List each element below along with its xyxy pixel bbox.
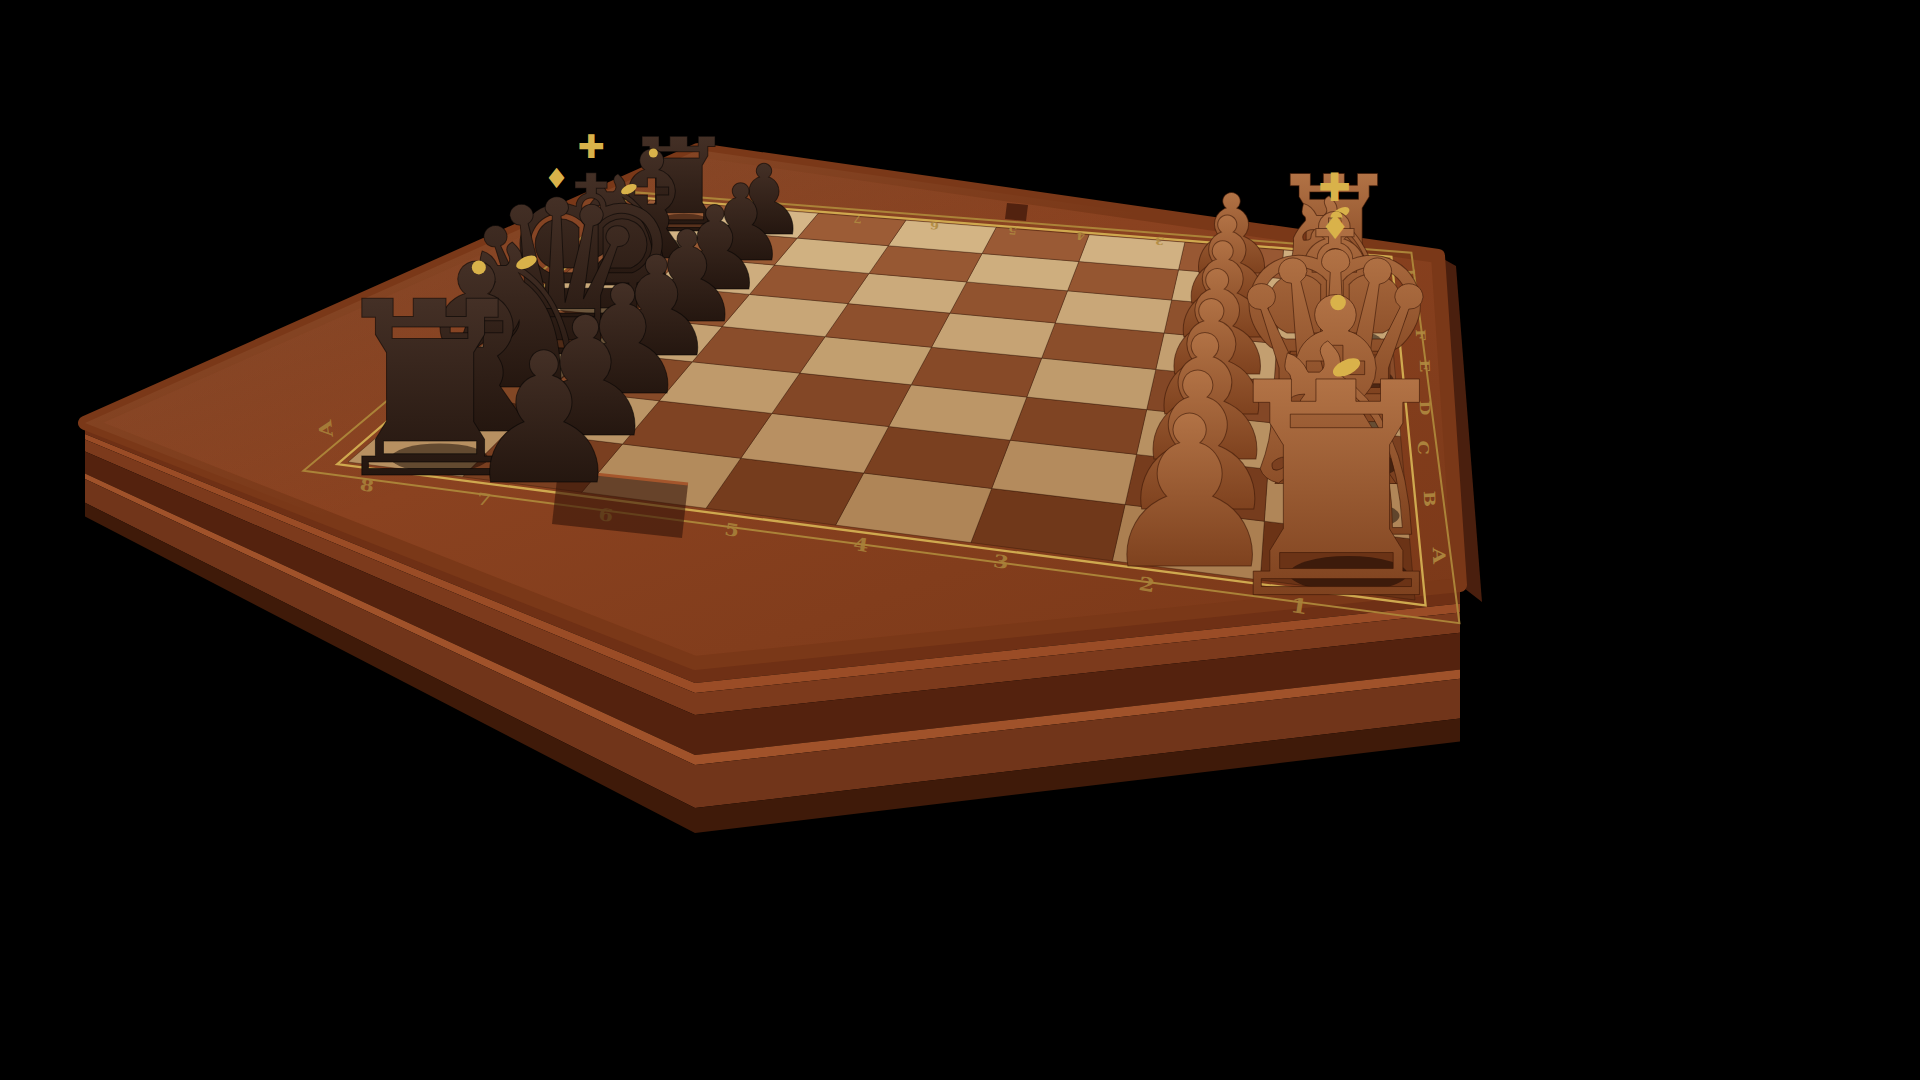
- gold-crown-finial: ♦: [1320, 208, 1350, 247]
- chessboard-scene: 8765432187654321AABCDEFGH♜♟♝♟♟♞♜♟♟♚✚♞♟♟♛…: [0, 0, 1920, 1080]
- rank-label-far-7: 7: [853, 213, 863, 225]
- rank-label-far-5: 5: [1008, 224, 1018, 237]
- lid-notch-far: [1005, 203, 1028, 221]
- gold-crown-finial: ♦: [544, 162, 569, 195]
- piece-white-rook-a1: ♜: [1204, 320, 1469, 664]
- piece-glyph-pawn: ♟: [463, 314, 625, 525]
- rank-label-far-4: 4: [1075, 229, 1085, 242]
- piece-black-pawn-a7: ♟: [463, 314, 625, 525]
- rank-label-far-6: 6: [930, 219, 940, 232]
- piece-glyph-rook: ♜: [1204, 320, 1469, 664]
- scene-background: 8765432187654321AABCDEFGH♜♟♝♟♟♞♜♟♟♚✚♞♟♟♛…: [0, 0, 1920, 1080]
